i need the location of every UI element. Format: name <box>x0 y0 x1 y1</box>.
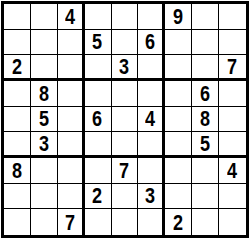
given-digit: 6 <box>145 30 155 53</box>
given-digit: 6 <box>93 107 103 130</box>
cell-r5c9[interactable] <box>219 107 246 133</box>
cell-r6c1[interactable] <box>4 132 31 158</box>
cell-r3c7[interactable] <box>165 55 192 81</box>
cell-r9c3[interactable]: 7 <box>58 209 85 235</box>
cell-r3c2[interactable] <box>31 55 58 81</box>
cell-r3c4[interactable] <box>85 55 112 81</box>
cell-r9c4[interactable] <box>85 209 112 235</box>
cell-r2c9[interactable] <box>219 30 246 56</box>
cell-r6c8[interactable]: 5 <box>192 132 219 158</box>
cell-r3c6[interactable] <box>138 55 165 81</box>
cell-r1c9[interactable] <box>219 4 246 30</box>
cell-r2c7[interactable] <box>165 30 192 56</box>
given-digit: 7 <box>119 159 129 182</box>
cell-r3c3[interactable] <box>58 55 85 81</box>
cell-r4c3[interactable] <box>58 81 85 107</box>
cell-r8c3[interactable] <box>58 184 85 210</box>
cell-r9c5[interactable] <box>112 209 139 235</box>
cell-r9c6[interactable] <box>138 209 165 235</box>
cell-r9c2[interactable] <box>31 209 58 235</box>
cell-r3c5[interactable]: 3 <box>112 55 139 81</box>
cell-r3c1[interactable]: 2 <box>4 55 31 81</box>
cell-r9c8[interactable] <box>192 209 219 235</box>
cell-r1c3[interactable]: 4 <box>58 4 85 30</box>
cell-r7c6[interactable] <box>138 158 165 184</box>
cell-r6c9[interactable] <box>219 132 246 158</box>
cell-r7c5[interactable]: 7 <box>112 158 139 184</box>
cell-r6c7[interactable] <box>165 132 192 158</box>
cell-r5c6[interactable]: 4 <box>138 107 165 133</box>
given-digit: 6 <box>200 82 210 105</box>
given-digit: 7 <box>228 55 238 78</box>
cell-r1c7[interactable]: 9 <box>165 4 192 30</box>
cell-r2c6[interactable]: 6 <box>138 30 165 56</box>
given-digit: 4 <box>228 159 238 182</box>
cell-r3c8[interactable] <box>192 55 219 81</box>
cell-r1c1[interactable] <box>4 4 31 30</box>
given-digit: 3 <box>39 132 49 155</box>
cell-r7c7[interactable] <box>165 158 192 184</box>
given-digit: 5 <box>93 30 103 53</box>
cell-r7c8[interactable] <box>192 158 219 184</box>
cell-r8c7[interactable] <box>165 184 192 210</box>
sudoku-board: 4956237865648358742372 <box>1 1 249 238</box>
given-digit: 4 <box>65 5 75 28</box>
cell-r2c4[interactable]: 5 <box>85 30 112 56</box>
cell-r4c6[interactable] <box>138 81 165 107</box>
cell-r9c7[interactable]: 2 <box>165 209 192 235</box>
cell-r2c1[interactable] <box>4 30 31 56</box>
cell-r5c2[interactable]: 5 <box>31 107 58 133</box>
cell-r2c3[interactable] <box>58 30 85 56</box>
cell-r4c4[interactable] <box>85 81 112 107</box>
cell-r5c4[interactable]: 6 <box>85 107 112 133</box>
cell-r8c9[interactable] <box>219 184 246 210</box>
cell-r4c8[interactable]: 6 <box>192 81 219 107</box>
given-digit: 4 <box>145 107 155 130</box>
given-digit: 9 <box>173 5 183 28</box>
cell-r4c7[interactable] <box>165 81 192 107</box>
cell-r7c9[interactable]: 4 <box>219 158 246 184</box>
cell-r1c4[interactable] <box>85 4 112 30</box>
sudoku-page: 4956237865648358742372 <box>0 0 250 240</box>
cell-r9c1[interactable] <box>4 209 31 235</box>
given-digit: 8 <box>39 82 49 105</box>
cell-r3c9[interactable]: 7 <box>219 55 246 81</box>
cell-r8c4[interactable]: 2 <box>85 184 112 210</box>
cell-r5c7[interactable] <box>165 107 192 133</box>
cell-r6c6[interactable] <box>138 132 165 158</box>
cell-r6c3[interactable] <box>58 132 85 158</box>
cell-r7c3[interactable] <box>58 158 85 184</box>
cell-r5c8[interactable]: 8 <box>192 107 219 133</box>
given-digit: 3 <box>145 184 155 207</box>
cell-r5c5[interactable] <box>112 107 139 133</box>
cell-r9c9[interactable] <box>219 209 246 235</box>
cell-r4c9[interactable] <box>219 81 246 107</box>
cell-r5c3[interactable] <box>58 107 85 133</box>
given-digit: 2 <box>93 184 103 207</box>
given-digit: 7 <box>65 211 75 234</box>
given-digit: 5 <box>39 107 49 130</box>
cell-r4c1[interactable] <box>4 81 31 107</box>
cell-r2c2[interactable] <box>31 30 58 56</box>
cell-r6c2[interactable]: 3 <box>31 132 58 158</box>
cell-r1c6[interactable] <box>138 4 165 30</box>
cell-r8c6[interactable]: 3 <box>138 184 165 210</box>
cell-r8c8[interactable] <box>192 184 219 210</box>
cell-r8c2[interactable] <box>31 184 58 210</box>
cell-r8c5[interactable] <box>112 184 139 210</box>
cell-r6c5[interactable] <box>112 132 139 158</box>
cell-r1c8[interactable] <box>192 4 219 30</box>
cell-r2c8[interactable] <box>192 30 219 56</box>
cell-r2c5[interactable] <box>112 30 139 56</box>
cell-r7c1[interactable]: 8 <box>4 158 31 184</box>
cell-r6c4[interactable] <box>85 132 112 158</box>
cell-r8c1[interactable] <box>4 184 31 210</box>
given-digit: 2 <box>173 211 183 234</box>
given-digit: 5 <box>200 132 210 155</box>
given-digit: 8 <box>200 107 210 130</box>
cell-r7c4[interactable] <box>85 158 112 184</box>
cell-r4c5[interactable] <box>112 81 139 107</box>
given-digit: 8 <box>12 159 22 182</box>
given-digit: 3 <box>119 55 129 78</box>
cell-r5c1[interactable] <box>4 107 31 133</box>
cell-r1c2[interactable] <box>31 4 58 30</box>
given-digit: 2 <box>12 55 22 78</box>
cell-r7c2[interactable] <box>31 158 58 184</box>
cell-r4c2[interactable]: 8 <box>31 81 58 107</box>
cell-r1c5[interactable] <box>112 4 139 30</box>
